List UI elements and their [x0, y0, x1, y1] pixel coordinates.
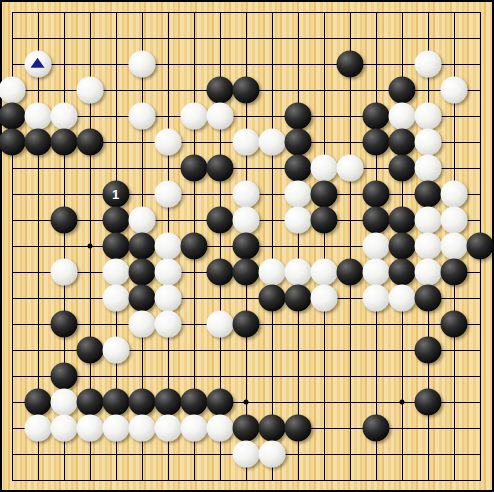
white-stone[interactable] — [414, 232, 441, 259]
white-stone[interactable] — [154, 180, 181, 207]
black-stone[interactable] — [128, 284, 155, 311]
white-stone[interactable] — [310, 154, 337, 181]
white-stone[interactable] — [258, 128, 285, 155]
black-stone[interactable] — [24, 128, 51, 155]
white-stone[interactable] — [128, 206, 155, 233]
white-stone[interactable] — [154, 310, 181, 337]
grid-line-horizontal — [12, 480, 481, 481]
black-stone[interactable] — [154, 388, 181, 415]
black-stone[interactable] — [50, 362, 77, 389]
white-stone[interactable] — [362, 284, 389, 311]
black-stone[interactable] — [232, 310, 259, 337]
white-stone[interactable] — [24, 50, 51, 77]
black-stone[interactable] — [284, 414, 311, 441]
white-stone[interactable] — [76, 76, 103, 103]
white-stone[interactable] — [154, 128, 181, 155]
white-stone[interactable] — [388, 102, 415, 129]
white-stone[interactable] — [440, 180, 467, 207]
grid-line-vertical — [350, 12, 351, 481]
grid-line-vertical — [298, 12, 299, 481]
white-stone[interactable] — [414, 128, 441, 155]
white-stone[interactable] — [128, 310, 155, 337]
black-stone[interactable] — [76, 336, 103, 363]
black-stone[interactable] — [0, 128, 25, 155]
black-stone[interactable] — [336, 258, 363, 285]
white-stone[interactable] — [414, 154, 441, 181]
white-stone[interactable] — [128, 50, 155, 77]
go-board[interactable]: 1 — [0, 0, 494, 492]
black-stone[interactable] — [76, 128, 103, 155]
black-stone[interactable] — [102, 232, 129, 259]
white-stone[interactable] — [336, 154, 363, 181]
white-stone[interactable] — [206, 414, 233, 441]
black-stone[interactable] — [206, 258, 233, 285]
white-stone[interactable] — [310, 258, 337, 285]
triangle-marker — [31, 58, 45, 68]
white-stone[interactable] — [102, 284, 129, 311]
move-number-label: 1 — [112, 187, 119, 200]
black-stone[interactable] — [284, 128, 311, 155]
white-stone[interactable] — [284, 180, 311, 207]
white-stone[interactable] — [414, 206, 441, 233]
white-stone[interactable] — [310, 284, 337, 311]
white-stone[interactable] — [50, 388, 77, 415]
white-stone[interactable] — [232, 440, 259, 467]
white-stone[interactable] — [440, 232, 467, 259]
black-stone[interactable] — [362, 180, 389, 207]
white-stone[interactable] — [258, 440, 285, 467]
black-stone[interactable] — [206, 388, 233, 415]
grid-line-vertical — [272, 12, 273, 481]
black-stone[interactable] — [388, 128, 415, 155]
white-stone[interactable] — [102, 336, 129, 363]
white-stone[interactable] — [362, 232, 389, 259]
black-stone[interactable] — [414, 284, 441, 311]
black-stone[interactable] — [258, 284, 285, 311]
white-stone[interactable] — [180, 102, 207, 129]
black-stone[interactable] — [362, 414, 389, 441]
black-stone[interactable] — [128, 232, 155, 259]
white-stone[interactable] — [128, 102, 155, 129]
black-stone[interactable] — [310, 206, 337, 233]
white-stone[interactable] — [154, 232, 181, 259]
black-stone[interactable] — [102, 206, 129, 233]
black-stone[interactable] — [388, 154, 415, 181]
black-stone[interactable] — [440, 310, 467, 337]
white-stone[interactable] — [232, 128, 259, 155]
black-stone[interactable] — [128, 258, 155, 285]
white-stone[interactable] — [414, 258, 441, 285]
white-stone[interactable] — [154, 414, 181, 441]
white-stone[interactable] — [102, 258, 129, 285]
black-stone[interactable] — [388, 206, 415, 233]
white-stone[interactable] — [232, 206, 259, 233]
black-stone[interactable] — [440, 258, 467, 285]
white-stone[interactable] — [0, 76, 25, 103]
white-stone[interactable] — [128, 414, 155, 441]
white-stone[interactable] — [76, 414, 103, 441]
star-point — [243, 399, 248, 404]
white-stone[interactable] — [24, 102, 51, 129]
black-stone[interactable] — [206, 76, 233, 103]
white-stone[interactable] — [154, 284, 181, 311]
black-stone[interactable] — [414, 180, 441, 207]
black-stone[interactable] — [50, 310, 77, 337]
star-point — [399, 399, 404, 404]
white-stone[interactable] — [258, 258, 285, 285]
grid-line-horizontal — [12, 376, 481, 377]
black-stone[interactable] — [50, 128, 77, 155]
black-stone[interactable] — [180, 388, 207, 415]
white-stone[interactable] — [50, 102, 77, 129]
black-stone[interactable] — [24, 388, 51, 415]
black-stone[interactable] — [232, 414, 259, 441]
black-stone[interactable] — [414, 336, 441, 363]
black-stone[interactable] — [362, 102, 389, 129]
black-stone[interactable] — [180, 232, 207, 259]
black-stone[interactable] — [310, 180, 337, 207]
black-stone[interactable] — [388, 258, 415, 285]
black-stone[interactable] — [284, 154, 311, 181]
white-stone[interactable] — [102, 414, 129, 441]
white-stone[interactable] — [232, 180, 259, 207]
white-stone[interactable] — [50, 258, 77, 285]
grid-line-vertical — [324, 12, 325, 481]
black-stone[interactable] — [76, 388, 103, 415]
black-stone[interactable] — [414, 388, 441, 415]
black-stone[interactable] — [50, 206, 77, 233]
black-stone[interactable] — [232, 232, 259, 259]
white-stone[interactable] — [362, 258, 389, 285]
white-stone[interactable] — [206, 102, 233, 129]
black-stone[interactable] — [388, 232, 415, 259]
white-stone[interactable] — [440, 76, 467, 103]
black-stone[interactable] — [232, 258, 259, 285]
star-point — [87, 243, 92, 248]
black-stone[interactable] — [284, 284, 311, 311]
black-stone[interactable] — [388, 76, 415, 103]
black-stone[interactable] — [466, 232, 493, 259]
white-stone[interactable] — [440, 206, 467, 233]
black-stone[interactable] — [336, 50, 363, 77]
white-stone[interactable] — [154, 258, 181, 285]
black-stone[interactable] — [284, 102, 311, 129]
white-stone[interactable] — [414, 102, 441, 129]
white-stone[interactable] — [24, 414, 51, 441]
black-stone[interactable] — [206, 154, 233, 181]
black-stone[interactable] — [362, 128, 389, 155]
black-stone[interactable] — [180, 154, 207, 181]
black-stone[interactable] — [258, 414, 285, 441]
black-stone[interactable] — [232, 76, 259, 103]
white-stone[interactable] — [284, 206, 311, 233]
white-stone[interactable] — [284, 258, 311, 285]
black-stone[interactable] — [0, 102, 25, 129]
white-stone[interactable] — [388, 284, 415, 311]
white-stone[interactable] — [414, 50, 441, 77]
black-stone[interactable] — [128, 388, 155, 415]
white-stone[interactable] — [50, 414, 77, 441]
white-stone[interactable] — [206, 310, 233, 337]
black-stone[interactable] — [362, 206, 389, 233]
black-stone[interactable] — [206, 206, 233, 233]
black-stone[interactable] — [102, 388, 129, 415]
white-stone[interactable] — [180, 414, 207, 441]
black-stone[interactable]: 1 — [102, 180, 129, 207]
